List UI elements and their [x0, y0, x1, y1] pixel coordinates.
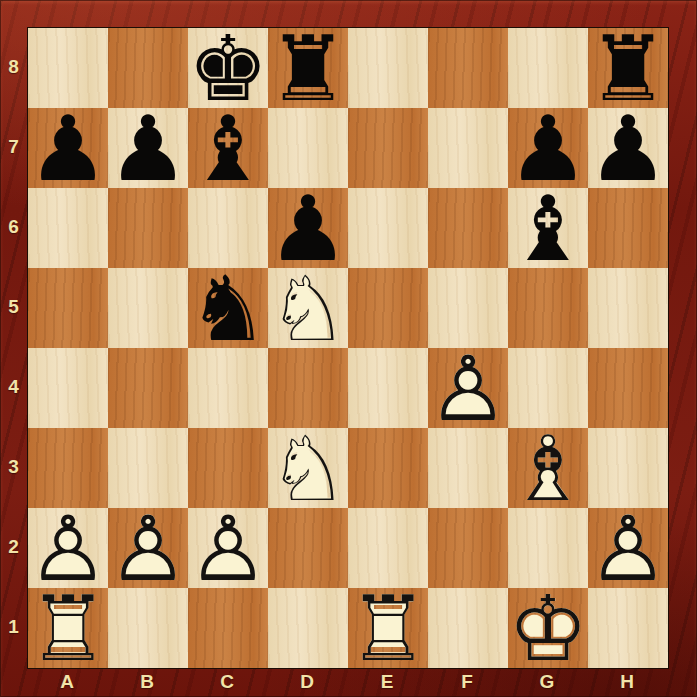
- square-a6[interactable]: [28, 188, 108, 268]
- piece-glyph-outline: ♖: [348, 589, 428, 669]
- white-bishop[interactable]: ♝♗: [508, 428, 588, 508]
- square-h1[interactable]: [588, 588, 668, 668]
- square-f7[interactable]: [428, 108, 508, 188]
- square-a1[interactable]: ♜♖: [28, 588, 108, 668]
- square-h2[interactable]: ♟♙: [588, 508, 668, 588]
- square-e1[interactable]: ♜♖: [348, 588, 428, 668]
- square-a4[interactable]: [28, 348, 108, 428]
- white-pawn[interactable]: ♟♙: [188, 508, 268, 588]
- file-label-e: E: [347, 668, 427, 696]
- black-pawn[interactable]: ♟: [108, 108, 188, 188]
- piece-glyph-outline: ♔: [508, 589, 588, 669]
- square-f2[interactable]: [428, 508, 508, 588]
- square-e4[interactable]: [348, 348, 428, 428]
- square-c4[interactable]: [188, 348, 268, 428]
- square-e8[interactable]: [348, 28, 428, 108]
- square-f4[interactable]: ♟♙: [428, 348, 508, 428]
- white-king[interactable]: ♚♔: [508, 588, 588, 668]
- piece-glyph-outline: ♘: [268, 429, 348, 509]
- file-label-d: D: [267, 668, 347, 696]
- square-c5[interactable]: ♞: [188, 268, 268, 348]
- white-rook[interactable]: ♜♖: [348, 588, 428, 668]
- square-b6[interactable]: [108, 188, 188, 268]
- square-b4[interactable]: [108, 348, 188, 428]
- black-rook[interactable]: ♜: [268, 28, 348, 108]
- rank-label-3: 3: [0, 427, 27, 507]
- piece-glyph: ♞: [188, 269, 268, 349]
- piece-glyph: ♝: [508, 189, 588, 269]
- black-bishop[interactable]: ♝: [188, 108, 268, 188]
- piece-glyph: ♝: [188, 109, 268, 189]
- square-f3[interactable]: [428, 428, 508, 508]
- white-rook[interactable]: ♜♖: [28, 588, 108, 668]
- piece-glyph: ♟: [28, 109, 108, 189]
- square-f8[interactable]: [428, 28, 508, 108]
- square-h5[interactable]: [588, 268, 668, 348]
- square-e3[interactable]: [348, 428, 428, 508]
- square-c1[interactable]: [188, 588, 268, 668]
- square-g5[interactable]: [508, 268, 588, 348]
- piece-glyph: ♜: [268, 29, 348, 109]
- square-e7[interactable]: [348, 108, 428, 188]
- black-pawn[interactable]: ♟: [588, 108, 668, 188]
- piece-glyph-outline: ♙: [588, 509, 668, 589]
- chess-board: ♚♜♜♟♟♝♟♟♟♝♞♞♘♟♙♞♘♝♗♟♙♟♙♟♙♟♙♜♖♜♖♚♔: [27, 27, 669, 669]
- square-c2[interactable]: ♟♙: [188, 508, 268, 588]
- file-label-a: A: [27, 668, 107, 696]
- chess-board-frame: 87654321 ♚♜♜♟♟♝♟♟♟♝♞♞♘♟♙♞♘♝♗♟♙♟♙♟♙♟♙♜♖♜♖…: [0, 0, 697, 697]
- piece-glyph-outline: ♖: [28, 589, 108, 669]
- piece-glyph: ♟: [588, 109, 668, 189]
- square-d1[interactable]: [268, 588, 348, 668]
- rank-labels: 87654321: [0, 27, 27, 667]
- square-b7[interactable]: ♟: [108, 108, 188, 188]
- square-h6[interactable]: [588, 188, 668, 268]
- rank-label-1: 1: [0, 587, 27, 667]
- file-label-g: G: [507, 668, 587, 696]
- white-knight[interactable]: ♞♘: [268, 428, 348, 508]
- square-a7[interactable]: ♟: [28, 108, 108, 188]
- white-knight[interactable]: ♞♘: [268, 268, 348, 348]
- black-knight[interactable]: ♞: [188, 268, 268, 348]
- square-h4[interactable]: [588, 348, 668, 428]
- square-b2[interactable]: ♟♙: [108, 508, 188, 588]
- file-label-b: B: [107, 668, 187, 696]
- white-pawn[interactable]: ♟♙: [108, 508, 188, 588]
- square-b1[interactable]: [108, 588, 188, 668]
- square-a5[interactable]: [28, 268, 108, 348]
- square-b5[interactable]: [108, 268, 188, 348]
- rank-label-6: 6: [0, 187, 27, 267]
- rank-label-4: 4: [0, 347, 27, 427]
- piece-glyph-outline: ♙: [428, 349, 508, 429]
- piece-glyph: ♟: [108, 109, 188, 189]
- rank-label-7: 7: [0, 107, 27, 187]
- piece-glyph-outline: ♙: [188, 509, 268, 589]
- piece-glyph-outline: ♘: [268, 269, 348, 349]
- square-d2[interactable]: [268, 508, 348, 588]
- square-d8[interactable]: ♜: [268, 28, 348, 108]
- square-g6[interactable]: ♝: [508, 188, 588, 268]
- file-label-c: C: [187, 668, 267, 696]
- black-bishop[interactable]: ♝: [508, 188, 588, 268]
- square-e6[interactable]: [348, 188, 428, 268]
- square-e5[interactable]: [348, 268, 428, 348]
- file-labels: ABCDEFGH: [27, 668, 667, 696]
- square-g1[interactable]: ♚♔: [508, 588, 588, 668]
- piece-glyph-outline: ♗: [508, 429, 588, 509]
- white-pawn[interactable]: ♟♙: [588, 508, 668, 588]
- white-pawn[interactable]: ♟♙: [428, 348, 508, 428]
- square-f6[interactable]: [428, 188, 508, 268]
- file-label-h: H: [587, 668, 667, 696]
- square-f1[interactable]: [428, 588, 508, 668]
- black-pawn[interactable]: ♟: [28, 108, 108, 188]
- rank-label-2: 2: [0, 507, 27, 587]
- square-d3[interactable]: ♞♘: [268, 428, 348, 508]
- piece-glyph-outline: ♙: [108, 509, 188, 589]
- rank-label-8: 8: [0, 27, 27, 107]
- square-c7[interactable]: ♝: [188, 108, 268, 188]
- rank-label-5: 5: [0, 267, 27, 347]
- square-h7[interactable]: ♟: [588, 108, 668, 188]
- square-g3[interactable]: ♝♗: [508, 428, 588, 508]
- file-label-f: F: [427, 668, 507, 696]
- square-d5[interactable]: ♞♘: [268, 268, 348, 348]
